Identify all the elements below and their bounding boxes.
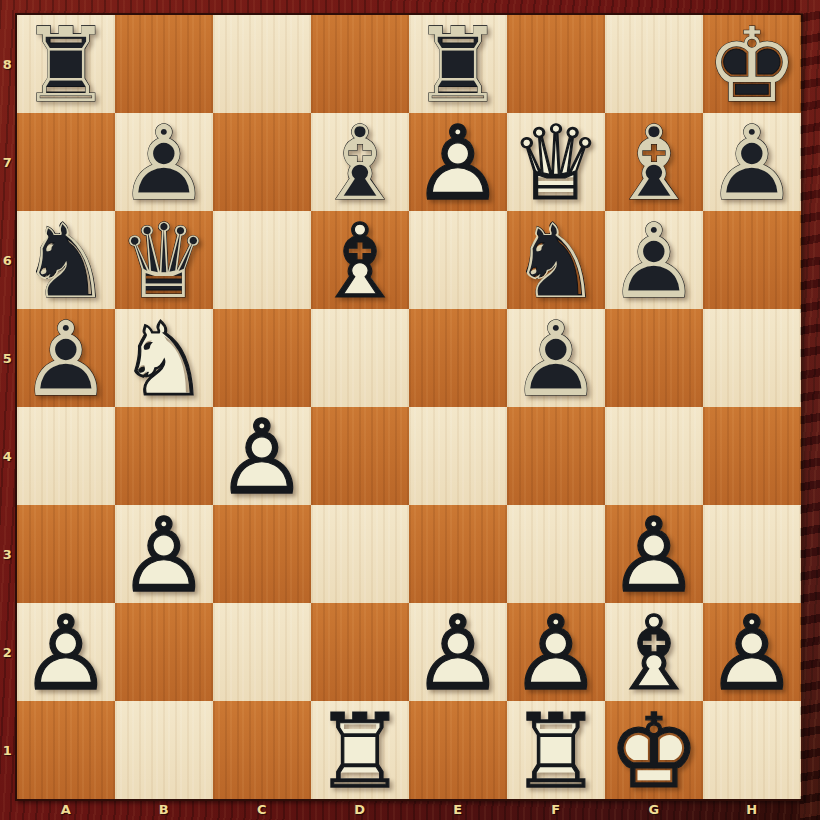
square-b1[interactable] [115, 701, 213, 799]
rank-label-1: 1 [0, 701, 15, 799]
black-queen-outline-icon: ♕ [118, 212, 210, 310]
square-g8[interactable] [605, 15, 703, 113]
square-b3[interactable]: ♟♙ [115, 505, 213, 603]
square-a7[interactable] [17, 113, 115, 211]
file-label-a: A [17, 801, 115, 818]
square-f4[interactable] [507, 407, 605, 505]
square-a8[interactable]: ♜♖ [17, 15, 115, 113]
square-g3[interactable]: ♟♙ [605, 505, 703, 603]
piece-black-pawn: ♟♙ [118, 114, 210, 212]
piece-white-pawn: ♟♙ [216, 408, 308, 506]
piece-white-pawn: ♟♙ [412, 604, 504, 702]
black-king-outline-icon: ♔ [706, 16, 798, 114]
square-f7[interactable]: ♛♕ [507, 113, 605, 211]
square-b8[interactable] [115, 15, 213, 113]
black-bishop-outline-icon: ♗ [608, 114, 700, 212]
square-h5[interactable] [703, 309, 801, 407]
square-f6[interactable]: ♞♘ [507, 211, 605, 309]
white-pawn-outline-icon: ♙ [412, 604, 504, 702]
white-rook-outline-icon: ♖ [314, 702, 406, 800]
square-d4[interactable] [311, 407, 409, 505]
square-b6[interactable]: ♛♕ [115, 211, 213, 309]
square-h4[interactable] [703, 407, 801, 505]
white-pawn-outline-icon: ♙ [216, 408, 308, 506]
square-h1[interactable] [703, 701, 801, 799]
piece-black-pawn: ♟♙ [706, 114, 798, 212]
square-h2[interactable]: ♟♙ [703, 603, 801, 701]
square-h3[interactable] [703, 505, 801, 603]
square-a3[interactable] [17, 505, 115, 603]
file-label-b: B [115, 801, 213, 818]
black-pawn-outline-icon: ♙ [510, 310, 602, 408]
piece-white-pawn: ♟♙ [510, 604, 602, 702]
square-f8[interactable] [507, 15, 605, 113]
black-pawn-outline-icon: ♙ [20, 310, 112, 408]
piece-white-pawn: ♟♙ [118, 506, 210, 604]
square-g5[interactable] [605, 309, 703, 407]
square-e7[interactable]: ♟♙ [409, 113, 507, 211]
white-pawn-outline-icon: ♙ [608, 506, 700, 604]
black-knight-outline-icon: ♘ [510, 212, 602, 310]
file-label-f: F [507, 801, 605, 818]
piece-black-king: ♚♔ [706, 16, 798, 114]
piece-black-bishop: ♝♗ [314, 114, 406, 212]
white-queen-outline-icon: ♕ [510, 114, 602, 212]
black-rook-outline-icon: ♖ [412, 16, 504, 114]
piece-black-pawn: ♟♙ [20, 310, 112, 408]
black-pawn-outline-icon: ♙ [608, 212, 700, 310]
rank-label-8: 8 [0, 15, 15, 113]
square-g7[interactable]: ♝♗ [605, 113, 703, 211]
rank-label-7: 7 [0, 113, 15, 211]
square-c3[interactable] [213, 505, 311, 603]
rank-label-2: 2 [0, 603, 15, 701]
piece-white-bishop: ♝♗ [608, 604, 700, 702]
piece-white-pawn: ♟♙ [20, 604, 112, 702]
square-g6[interactable]: ♟♙ [605, 211, 703, 309]
square-b5[interactable]: ♞♘ [115, 309, 213, 407]
piece-white-king: ♚♔ [608, 702, 700, 800]
square-e6[interactable] [409, 211, 507, 309]
square-a5[interactable]: ♟♙ [17, 309, 115, 407]
square-b7[interactable]: ♟♙ [115, 113, 213, 211]
square-c8[interactable] [213, 15, 311, 113]
file-label-d: D [311, 801, 409, 818]
rank-label-6: 6 [0, 211, 15, 309]
square-c5[interactable] [213, 309, 311, 407]
square-a6[interactable]: ♞♘ [17, 211, 115, 309]
square-f3[interactable] [507, 505, 605, 603]
square-f2[interactable]: ♟♙ [507, 603, 605, 701]
black-rook-outline-icon: ♖ [20, 16, 112, 114]
square-h6[interactable] [703, 211, 801, 309]
rank-label-3: 3 [0, 505, 15, 603]
white-pawn-outline-icon: ♙ [20, 604, 112, 702]
file-label-h: H [703, 801, 801, 818]
piece-black-pawn: ♟♙ [608, 212, 700, 310]
square-e1[interactable] [409, 701, 507, 799]
black-knight-outline-icon: ♘ [20, 212, 112, 310]
square-d2[interactable] [311, 603, 409, 701]
piece-white-pawn: ♟♙ [412, 114, 504, 212]
square-e3[interactable] [409, 505, 507, 603]
black-pawn-outline-icon: ♙ [118, 114, 210, 212]
square-a2[interactable]: ♟♙ [17, 603, 115, 701]
piece-black-knight: ♞♘ [20, 212, 112, 310]
square-g4[interactable] [605, 407, 703, 505]
file-label-e: E [409, 801, 507, 818]
piece-black-queen: ♛♕ [118, 212, 210, 310]
black-bishop-outline-icon: ♗ [314, 114, 406, 212]
square-h8[interactable]: ♚♔ [703, 15, 801, 113]
rank-label-4: 4 [0, 407, 15, 505]
white-pawn-outline-icon: ♙ [118, 506, 210, 604]
square-h7[interactable]: ♟♙ [703, 113, 801, 211]
square-e2[interactable]: ♟♙ [409, 603, 507, 701]
square-b4[interactable] [115, 407, 213, 505]
square-c4[interactable]: ♟♙ [213, 407, 311, 505]
white-pawn-outline-icon: ♙ [412, 114, 504, 212]
square-e4[interactable] [409, 407, 507, 505]
chessboard: ♜♖♜♖♚♔♟♙♝♗♟♙♛♕♝♗♟♙♞♘♛♕♝♗♞♘♟♙♟♙♞♘♟♙♟♙♟♙♟♙… [15, 13, 803, 801]
chess-app-window: ♜♖♜♖♚♔♟♙♝♗♟♙♛♕♝♗♟♙♞♘♛♕♝♗♞♘♟♙♟♙♞♘♟♙♟♙♟♙♟♙… [0, 0, 820, 820]
square-c7[interactable] [213, 113, 311, 211]
square-c6[interactable] [213, 211, 311, 309]
square-e5[interactable] [409, 309, 507, 407]
square-d8[interactable] [311, 15, 409, 113]
piece-white-queen: ♛♕ [510, 114, 602, 212]
square-a1[interactable] [17, 701, 115, 799]
square-e8[interactable]: ♜♖ [409, 15, 507, 113]
piece-black-bishop: ♝♗ [608, 114, 700, 212]
square-f5[interactable]: ♟♙ [507, 309, 605, 407]
white-bishop-outline-icon: ♗ [608, 604, 700, 702]
piece-black-pawn: ♟♙ [510, 310, 602, 408]
square-b2[interactable] [115, 603, 213, 701]
piece-white-bishop: ♝♗ [314, 212, 406, 310]
piece-white-rook: ♜♖ [314, 702, 406, 800]
piece-black-rook: ♜♖ [412, 16, 504, 114]
file-label-c: C [213, 801, 311, 818]
white-rook-outline-icon: ♖ [510, 702, 602, 800]
square-d1[interactable]: ♜♖ [311, 701, 409, 799]
white-knight-outline-icon: ♘ [118, 310, 210, 408]
square-d6[interactable]: ♝♗ [311, 211, 409, 309]
square-f1[interactable]: ♜♖ [507, 701, 605, 799]
square-c1[interactable] [213, 701, 311, 799]
piece-white-pawn: ♟♙ [706, 604, 798, 702]
rank-label-5: 5 [0, 309, 15, 407]
file-label-g: G [605, 801, 703, 818]
white-pawn-outline-icon: ♙ [706, 604, 798, 702]
white-king-outline-icon: ♔ [608, 702, 700, 800]
piece-white-pawn: ♟♙ [608, 506, 700, 604]
square-d7[interactable]: ♝♗ [311, 113, 409, 211]
white-pawn-outline-icon: ♙ [510, 604, 602, 702]
square-g1[interactable]: ♚♔ [605, 701, 703, 799]
square-a4[interactable] [17, 407, 115, 505]
piece-black-rook: ♜♖ [20, 16, 112, 114]
square-c2[interactable] [213, 603, 311, 701]
square-d3[interactable] [311, 505, 409, 603]
square-g2[interactable]: ♝♗ [605, 603, 703, 701]
black-pawn-outline-icon: ♙ [706, 114, 798, 212]
square-d5[interactable] [311, 309, 409, 407]
piece-black-knight: ♞♘ [510, 212, 602, 310]
piece-white-rook: ♜♖ [510, 702, 602, 800]
piece-white-knight: ♞♘ [118, 310, 210, 408]
white-bishop-outline-icon: ♗ [314, 212, 406, 310]
